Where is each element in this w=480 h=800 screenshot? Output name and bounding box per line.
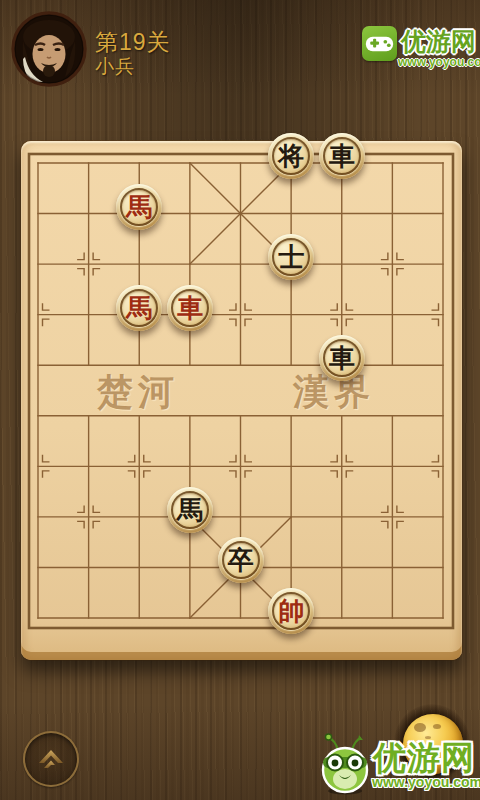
board-cell-5-0: 将 <box>266 138 317 189</box>
piece-black-soldier[interactable]: 卒 <box>218 537 264 583</box>
yoyou-mascot-icon <box>318 732 372 796</box>
board-cell-6-4: 車 <box>316 340 367 391</box>
piece-black-advisor[interactable]: 士 <box>268 234 314 280</box>
chevron-up-icon <box>34 744 68 774</box>
board-cell-5-2: 士 <box>266 239 317 290</box>
piece-glyph: 将 <box>278 143 304 169</box>
piece-red-general[interactable]: 帥 <box>268 588 314 634</box>
board-cell-2-1: 馬 <box>114 188 165 239</box>
player-avatar[interactable] <box>11 11 87 87</box>
piece-black-general[interactable]: 将 <box>268 133 314 179</box>
yoyou-logo-icon <box>362 26 397 61</box>
watermark-site-url: www.yoyou.com <box>398 55 480 69</box>
opponent-label: 小兵 <box>95 54 135 80</box>
watermark-site-name: 优游网 <box>401 25 476 58</box>
piece-red-horse[interactable]: 馬 <box>116 184 162 230</box>
board-cell-2-3: 馬 <box>114 289 165 340</box>
piece-glyph: 馬 <box>126 194 152 220</box>
game-screen: 第19关 小兵 优游网 www.yoyou.com 楚河 漢界 将車馬士馬車車馬… <box>0 0 480 800</box>
watermark-site-url: www.yoyou.com <box>372 774 480 790</box>
board-cell-4-8: 卒 <box>215 542 266 593</box>
piece-black-chariot[interactable]: 車 <box>319 335 365 381</box>
board-cell-3-7: 馬 <box>165 492 216 543</box>
watermark-top: 优游网 www.yoyou.com <box>362 25 478 77</box>
arrow-up-button[interactable] <box>23 731 79 787</box>
piece-glyph: 帥 <box>278 598 304 624</box>
board-cell-6-0: 車 <box>316 138 367 189</box>
piece-glyph: 士 <box>278 244 304 270</box>
avatar-portrait-icon <box>11 11 87 87</box>
board-cell-3-3: 車 <box>165 289 216 340</box>
pieces-grid: 将車馬士馬車車馬卒帥 <box>13 138 469 643</box>
piece-glyph: 車 <box>177 295 203 321</box>
piece-glyph: 卒 <box>228 547 254 573</box>
piece-black-horse[interactable]: 馬 <box>167 487 213 533</box>
board-cell-5-9: 帥 <box>266 593 317 644</box>
piece-glyph: 馬 <box>126 295 152 321</box>
piece-glyph: 車 <box>329 143 355 169</box>
piece-glyph: 馬 <box>177 497 203 523</box>
piece-red-chariot[interactable]: 車 <box>167 285 213 331</box>
watermark-bottom: 优游网 www.yoyou.com <box>318 730 480 796</box>
piece-black-chariot[interactable]: 車 <box>319 133 365 179</box>
piece-glyph: 車 <box>329 345 355 371</box>
piece-red-horse[interactable]: 馬 <box>116 285 162 331</box>
